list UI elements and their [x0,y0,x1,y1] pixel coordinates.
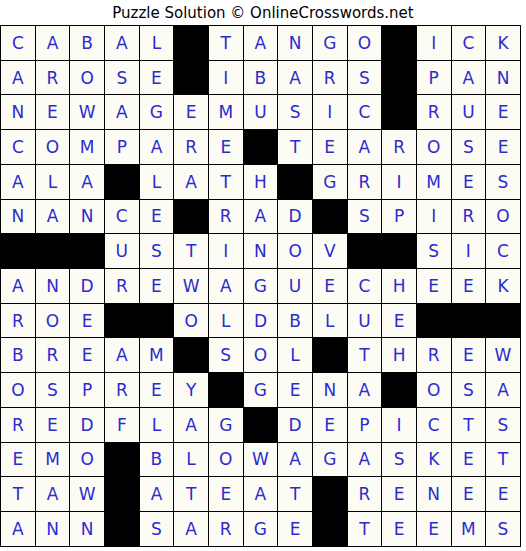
letter-cell: P [105,130,140,165]
letter-cell: S [486,165,521,200]
letter-cell: T [1,477,36,512]
letter-cell: A [1,512,36,547]
letter-cell: M [36,443,71,478]
letter-cell: R [1,304,36,339]
letter-cell: D [278,200,313,235]
letter-cell: L [140,26,175,61]
letter-cell: L [278,338,313,373]
letter-cell: E [140,269,175,304]
black-cell [105,304,140,339]
letter-cell: E [382,477,417,512]
letter-cell: E [417,512,452,547]
letter-cell: T [174,234,209,269]
letter-cell: S [486,408,521,443]
letter-cell: A [1,165,36,200]
letter-cell: O [174,304,209,339]
letter-cell: G [313,165,348,200]
black-cell [36,234,71,269]
black-cell [140,304,175,339]
letter-cell: E [140,61,175,96]
letter-cell: A [105,26,140,61]
letter-cell: O [486,200,521,235]
black-cell [313,338,348,373]
letter-cell: I [382,165,417,200]
crossword-grid: CABALTANGOICKAROSEIBARSPANNEWAGEMUSICRUE… [0,25,521,547]
letter-cell: R [36,61,71,96]
letter-cell: A [1,269,36,304]
black-cell [382,95,417,130]
letter-cell: R [417,95,452,130]
letter-cell: T [348,338,383,373]
black-cell [452,304,487,339]
letter-cell: T [348,512,383,547]
letter-cell: R [452,200,487,235]
letter-cell: N [1,200,36,235]
letter-cell: O [417,130,452,165]
letter-cell: I [209,234,244,269]
letter-cell: L [140,408,175,443]
letter-cell: A [348,130,383,165]
letter-cell: A [452,61,487,96]
black-cell [382,234,417,269]
letter-cell: T [486,443,521,478]
letter-cell: O [36,130,71,165]
letter-cell: A [140,130,175,165]
letter-cell: W [244,443,279,478]
letter-cell: A [348,443,383,478]
letter-cell: O [70,443,105,478]
letter-cell: G [209,408,244,443]
letter-cell: F [105,408,140,443]
letter-cell: A [105,338,140,373]
letter-cell: C [105,200,140,235]
letter-cell: D [278,408,313,443]
letter-cell: E [486,130,521,165]
letter-cell: I [382,408,417,443]
letter-cell: L [174,443,209,478]
letter-cell: C [1,130,36,165]
letter-cell: N [486,61,521,96]
letter-cell: E [452,477,487,512]
letter-cell: R [313,61,348,96]
letter-cell: E [1,443,36,478]
letter-cell: R [209,200,244,235]
letter-cell: S [278,95,313,130]
letter-cell: N [278,26,313,61]
letter-cell: A [244,26,279,61]
black-cell [313,200,348,235]
letter-cell: G [313,443,348,478]
letter-cell: R [174,130,209,165]
letter-cell: A [244,477,279,512]
black-cell [382,61,417,96]
letter-cell: I [417,200,452,235]
letter-cell: L [209,304,244,339]
letter-cell: A [348,373,383,408]
letter-cell: C [452,26,487,61]
letter-cell: P [417,61,452,96]
letter-cell: E [382,512,417,547]
letter-cell: N [70,512,105,547]
black-cell [382,373,417,408]
letter-cell: O [70,61,105,96]
letter-cell: E [452,269,487,304]
letter-cell: E [140,200,175,235]
letter-cell: N [36,269,71,304]
letter-cell: A [209,269,244,304]
letter-cell: N [1,95,36,130]
letter-cell: B [278,304,313,339]
letter-cell: N [313,373,348,408]
page-title: Puzzle Solution © OnlineCrosswords.net [0,0,526,25]
letter-cell: S [348,200,383,235]
letter-cell: G [244,512,279,547]
letter-cell: U [105,234,140,269]
letter-cell: W [70,95,105,130]
letter-cell: E [452,165,487,200]
letter-cell: E [452,443,487,478]
letter-cell: B [140,443,175,478]
letter-cell: H [244,165,279,200]
letter-cell: A [1,61,36,96]
black-cell [105,165,140,200]
letter-cell: N [244,234,279,269]
letter-cell: M [140,338,175,373]
black-cell [278,165,313,200]
letter-cell: E [36,95,71,130]
letter-cell: E [174,95,209,130]
black-cell [313,512,348,547]
letter-cell: O [36,304,71,339]
letter-cell: S [36,373,71,408]
letter-cell: O [348,26,383,61]
letter-cell: G [244,269,279,304]
letter-cell: B [1,338,36,373]
letter-cell: G [244,373,279,408]
letter-cell: N [417,477,452,512]
black-cell [348,234,383,269]
letter-cell: A [140,477,175,512]
letter-cell: G [140,95,175,130]
letter-cell: I [313,95,348,130]
letter-cell: E [209,477,244,512]
letter-cell: O [278,234,313,269]
letter-cell: R [382,130,417,165]
black-cell [105,512,140,547]
letter-cell: E [140,373,175,408]
letter-cell: C [417,408,452,443]
letter-cell: O [1,373,36,408]
black-cell [174,338,209,373]
letter-cell: P [382,200,417,235]
letter-cell: K [486,269,521,304]
letter-cell: M [209,95,244,130]
letter-cell: E [486,477,521,512]
letter-cell: S [348,61,383,96]
letter-cell: W [70,477,105,512]
letter-cell: R [105,269,140,304]
letter-cell: E [382,304,417,339]
letter-cell: E [70,304,105,339]
letter-cell: B [244,61,279,96]
letter-cell: E [452,338,487,373]
letter-cell: T [209,26,244,61]
letter-cell: C [486,234,521,269]
black-cell [174,200,209,235]
letter-cell: P [348,408,383,443]
letter-cell: N [36,512,71,547]
letter-cell: K [486,26,521,61]
letter-cell: D [70,269,105,304]
letter-cell: G [313,26,348,61]
letter-cell: A [278,443,313,478]
letter-cell: V [313,234,348,269]
letter-cell: A [174,165,209,200]
black-cell [382,26,417,61]
letter-cell: M [70,130,105,165]
letter-cell: E [278,373,313,408]
letter-cell: A [36,477,71,512]
letter-cell: A [36,200,71,235]
letter-cell: D [244,304,279,339]
letter-cell: I [452,234,487,269]
letter-cell: W [174,269,209,304]
letter-cell: I [417,26,452,61]
letter-cell: E [36,408,71,443]
black-cell [174,26,209,61]
letter-cell: A [174,512,209,547]
letter-cell: O [417,373,452,408]
letter-cell: S [417,234,452,269]
letter-cell: R [1,408,36,443]
black-cell [244,130,279,165]
puzzle-solution-page: Puzzle Solution © OnlineCrosswords.net C… [0,0,526,551]
letter-cell: L [313,304,348,339]
letter-cell: H [382,269,417,304]
letter-cell: E [417,269,452,304]
letter-cell: O [244,338,279,373]
letter-cell: S [209,338,244,373]
letter-cell: R [105,373,140,408]
letter-cell: Y [174,373,209,408]
letter-cell: T [174,477,209,512]
letter-cell: A [174,408,209,443]
letter-cell: W [486,338,521,373]
letter-cell: D [70,408,105,443]
letter-cell: R [417,338,452,373]
letter-cell: E [313,269,348,304]
letter-cell: S [140,512,175,547]
letter-cell: M [417,165,452,200]
letter-cell: C [348,269,383,304]
letter-cell: S [452,130,487,165]
letter-cell: S [105,61,140,96]
letter-cell: K [417,443,452,478]
letter-cell: A [278,61,313,96]
black-cell [417,304,452,339]
letter-cell: R [36,338,71,373]
letter-cell: M [452,512,487,547]
letter-cell: B [70,26,105,61]
letter-cell: L [36,165,71,200]
letter-cell: S [452,373,487,408]
black-cell [209,373,244,408]
letter-cell: U [348,304,383,339]
letter-cell: E [486,95,521,130]
letter-cell: U [452,95,487,130]
black-cell [105,443,140,478]
letter-cell: U [278,269,313,304]
black-cell [70,234,105,269]
letter-cell: T [278,130,313,165]
letter-cell: C [348,95,383,130]
black-cell [486,304,521,339]
letter-cell: I [209,61,244,96]
letter-cell: E [313,130,348,165]
black-cell [174,61,209,96]
letter-cell: S [382,443,417,478]
letter-cell: S [140,234,175,269]
letter-cell: N [70,200,105,235]
letter-cell: T [452,408,487,443]
letter-cell: E [313,408,348,443]
letter-cell: E [278,512,313,547]
letter-cell: A [244,200,279,235]
letter-cell: A [70,165,105,200]
black-cell [244,408,279,443]
letter-cell: S [486,512,521,547]
black-cell [105,477,140,512]
letter-cell: T [209,165,244,200]
letter-cell: E [209,130,244,165]
letter-cell: R [348,477,383,512]
letter-cell: A [36,26,71,61]
letter-cell: E [70,338,105,373]
letter-cell: P [70,373,105,408]
black-cell [313,477,348,512]
letter-cell: L [140,165,175,200]
letter-cell: O [209,443,244,478]
letter-cell: C [1,26,36,61]
letter-cell: A [486,373,521,408]
letter-cell: T [278,477,313,512]
letter-cell: A [105,95,140,130]
black-cell [1,234,36,269]
letter-cell: R [209,512,244,547]
letter-cell: R [348,165,383,200]
letter-cell: U [244,95,279,130]
letter-cell: H [382,338,417,373]
